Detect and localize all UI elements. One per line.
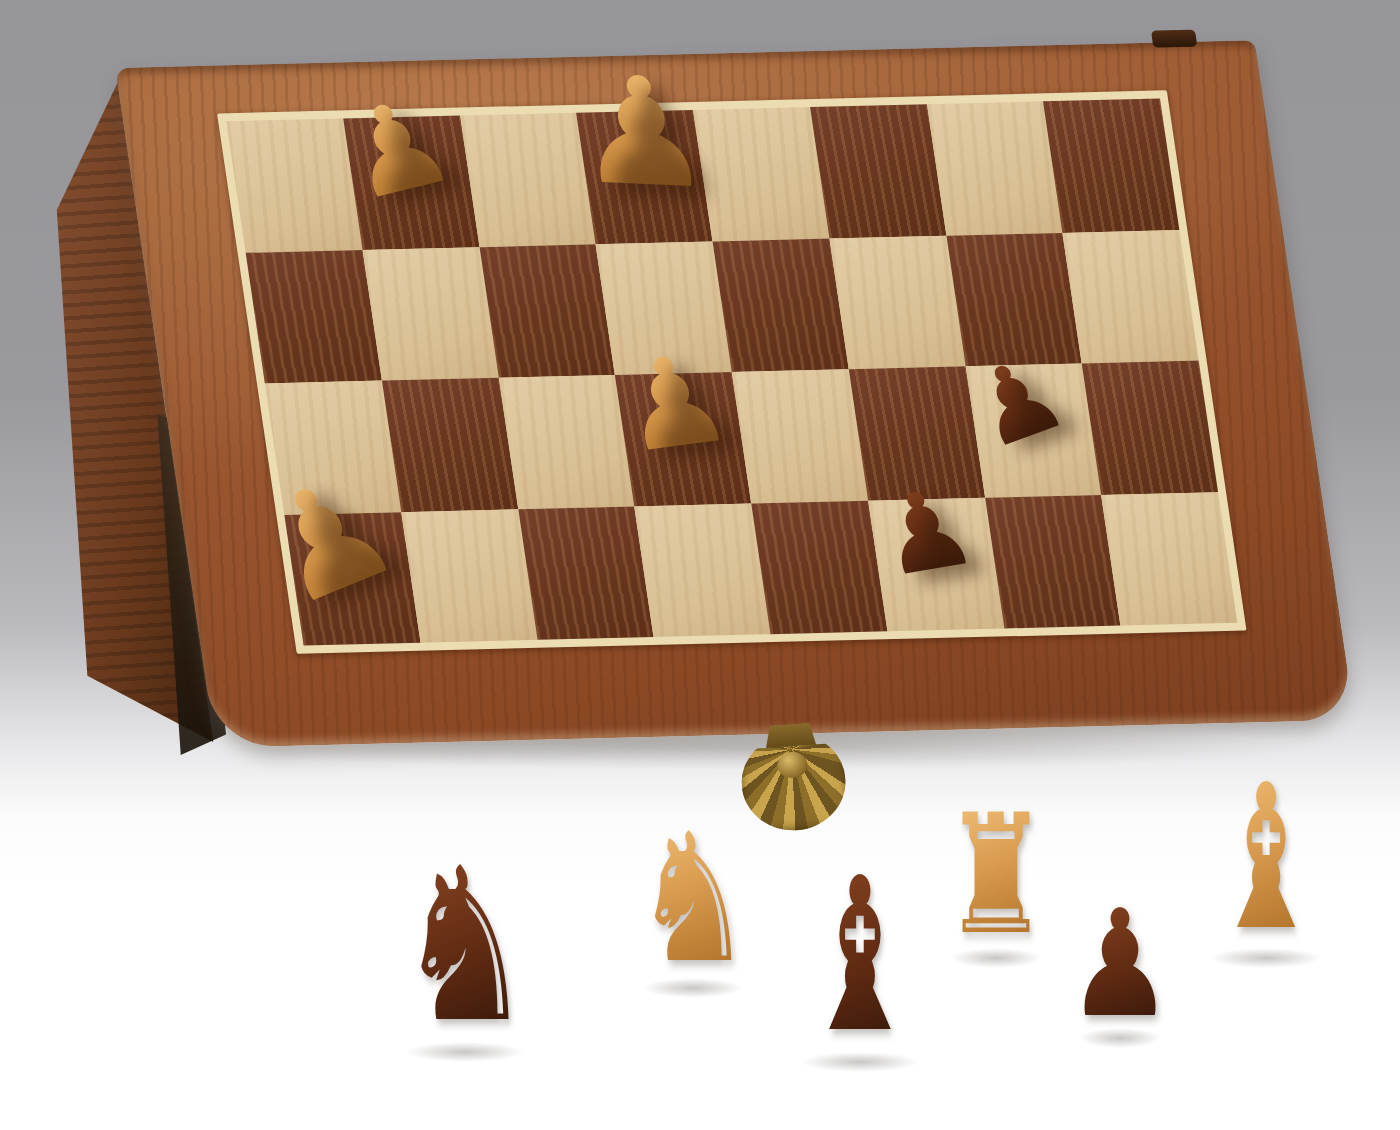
black-pawn-on-board[interactable]: ♟ <box>864 473 986 593</box>
chess-box-front-face: ♟♟♟♟♟♟ <box>115 40 1355 748</box>
white-pawn-on-board[interactable]: ♟ <box>325 79 467 218</box>
white-pawn-on-board[interactable]: ♟ <box>568 54 715 209</box>
black-knight[interactable]: ♞ <box>397 840 534 1052</box>
black-pawn-on-board[interactable]: ♟ <box>954 341 1080 465</box>
black-bishop[interactable]: ♝ <box>801 850 919 1062</box>
board-inlay-border: ♟♟♟♟♟♟ <box>217 90 1246 653</box>
white-pawn-on-board[interactable]: ♟ <box>604 336 742 471</box>
white-rook[interactable]: ♜ <box>943 793 1050 958</box>
product-photo-scene: ♟♟♟♟♟♟ ♞♞♝♜♟♝ <box>0 0 1400 1130</box>
black-pawn[interactable]: ♟ <box>1067 890 1173 1038</box>
board-pieces-layer: ♟♟♟♟♟♟ <box>226 98 1237 645</box>
hinge-knob-icon <box>1151 30 1197 48</box>
white-bishop[interactable]: ♝ <box>1210 758 1321 958</box>
white-pawn-on-board[interactable]: ♟ <box>238 453 417 629</box>
white-knight[interactable]: ♞ <box>633 810 753 988</box>
